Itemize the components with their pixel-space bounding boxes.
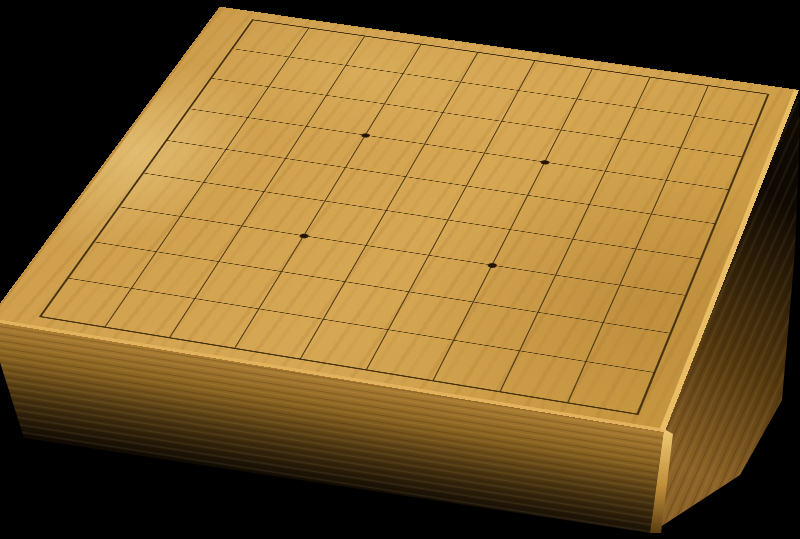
shogi-board-photo	[0, 0, 800, 539]
